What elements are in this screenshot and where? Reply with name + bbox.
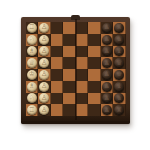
square xyxy=(51,69,64,81)
square xyxy=(76,93,89,105)
square: ♟ xyxy=(101,22,114,34)
white-pawn: ♙ xyxy=(39,23,49,33)
square: ♟ xyxy=(101,104,114,116)
square xyxy=(51,22,64,34)
square xyxy=(88,22,101,34)
square: ♔ xyxy=(26,69,39,81)
black-pawn: ♟ xyxy=(102,35,112,45)
square: ♟ xyxy=(101,81,114,93)
white-pawn: ♙ xyxy=(39,82,49,92)
hinge-seam xyxy=(75,19,77,120)
square xyxy=(51,57,64,69)
square xyxy=(88,81,101,93)
black-pawn: ♟ xyxy=(102,58,112,68)
white-rook: ♖ xyxy=(27,23,37,33)
black-rook: ♜ xyxy=(114,105,124,115)
black-queen: ♛ xyxy=(114,58,124,68)
square xyxy=(88,93,101,105)
square: ♚ xyxy=(113,69,126,81)
square: ♙ xyxy=(38,22,51,34)
square xyxy=(63,93,76,105)
square: ♜ xyxy=(113,22,126,34)
square: ♙ xyxy=(38,34,51,46)
square xyxy=(63,34,76,46)
white-knight: ♘ xyxy=(27,35,37,45)
black-pawn: ♟ xyxy=(102,46,112,56)
square: ♞ xyxy=(113,34,126,46)
square: ♖ xyxy=(26,104,39,116)
square: ♗ xyxy=(26,81,39,93)
square: ♝ xyxy=(113,81,126,93)
square: ♟ xyxy=(101,93,114,105)
square xyxy=(51,93,64,105)
square xyxy=(76,69,89,81)
square xyxy=(63,57,76,69)
black-bishop: ♝ xyxy=(114,46,124,56)
white-rook: ♖ xyxy=(27,105,37,115)
black-pawn: ♟ xyxy=(102,70,112,80)
square: ♘ xyxy=(26,34,39,46)
white-bishop: ♗ xyxy=(27,46,37,56)
square: ♙ xyxy=(38,46,51,58)
square: ♞ xyxy=(113,93,126,105)
square xyxy=(51,81,64,93)
square xyxy=(88,104,101,116)
black-king: ♚ xyxy=(114,70,124,80)
square: ♖ xyxy=(26,22,39,34)
white-pawn: ♙ xyxy=(39,46,49,56)
black-pawn: ♟ xyxy=(102,93,112,103)
square xyxy=(76,57,89,69)
square: ♟ xyxy=(101,46,114,58)
black-pawn: ♟ xyxy=(102,105,112,115)
square: ♙ xyxy=(38,57,51,69)
black-rook: ♜ xyxy=(114,23,124,33)
square xyxy=(76,46,89,58)
square: ♝ xyxy=(113,46,126,58)
square xyxy=(63,81,76,93)
white-bishop: ♗ xyxy=(27,82,37,92)
white-pawn: ♙ xyxy=(39,58,49,68)
black-knight: ♞ xyxy=(114,93,124,103)
square xyxy=(76,22,89,34)
chess-board: ♖♙♟♜♘♙♟♞♗♙♟♝♕♙♟♛♔♙♟♚♗♙♟♝♘♙♟♞♖♙♟♜ xyxy=(21,17,130,124)
black-knight: ♞ xyxy=(114,35,124,45)
white-knight: ♘ xyxy=(27,93,37,103)
square: ♘ xyxy=(26,93,39,105)
black-pawn: ♟ xyxy=(102,23,112,33)
square xyxy=(63,69,76,81)
black-bishop: ♝ xyxy=(114,82,124,92)
square xyxy=(51,34,64,46)
square xyxy=(88,69,101,81)
white-queen: ♕ xyxy=(27,58,37,68)
white-pawn: ♙ xyxy=(39,105,49,115)
product-photo-scene: ♖♙♟♜♘♙♟♞♗♙♟♝♕♙♟♛♔♙♟♚♗♙♟♝♘♙♟♞♖♙♟♜ xyxy=(0,0,150,150)
square xyxy=(76,81,89,93)
square: ♙ xyxy=(38,93,51,105)
square xyxy=(76,104,89,116)
white-pawn: ♙ xyxy=(39,93,49,103)
square xyxy=(88,57,101,69)
square xyxy=(88,46,101,58)
square: ♟ xyxy=(101,34,114,46)
square: ♙ xyxy=(38,69,51,81)
square: ♕ xyxy=(26,57,39,69)
square xyxy=(88,34,101,46)
square xyxy=(63,46,76,58)
square xyxy=(51,46,64,58)
white-pawn: ♙ xyxy=(39,70,49,80)
square xyxy=(63,104,76,116)
square xyxy=(63,22,76,34)
square: ♟ xyxy=(101,69,114,81)
square: ♙ xyxy=(38,104,51,116)
square: ♙ xyxy=(38,81,51,93)
square xyxy=(51,104,64,116)
white-pawn: ♙ xyxy=(39,35,49,45)
square: ♛ xyxy=(113,57,126,69)
white-king: ♔ xyxy=(27,70,37,80)
square: ♗ xyxy=(26,46,39,58)
black-pawn: ♟ xyxy=(102,82,112,92)
square: ♜ xyxy=(113,104,126,116)
square: ♟ xyxy=(101,57,114,69)
square xyxy=(76,34,89,46)
